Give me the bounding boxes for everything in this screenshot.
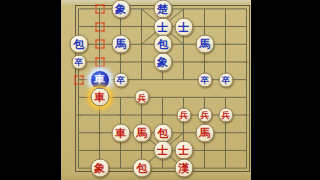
piece-blue-soldier-h5[interactable]: 卒	[218, 72, 233, 87]
piece-blue-cannon-a3[interactable]: 包	[69, 35, 88, 54]
letterbox-left	[0, 0, 61, 180]
piece-red-general-han-f10[interactable]: 漢	[174, 159, 193, 178]
piece-blue-advisor-e2[interactable]: 士	[153, 17, 172, 36]
move-hint-marker-b2[interactable]	[95, 22, 104, 31]
hint-corner	[95, 27, 99, 31]
piece-blue-chariot-b5[interactable]: 車	[90, 70, 110, 90]
piece-red-chariot-b6[interactable]: 車	[90, 88, 109, 107]
hint-corner	[95, 4, 99, 8]
piece-red-cannon-d10[interactable]: 包	[132, 159, 151, 178]
piece-blue-soldier-a4[interactable]: 卒	[71, 54, 86, 69]
hint-corner	[95, 40, 99, 44]
piece-red-advisor-e9[interactable]: 士	[153, 141, 172, 160]
piece-red-soldier-h7[interactable]: 兵	[218, 108, 233, 123]
piece-red-advisor-f9[interactable]: 士	[174, 141, 193, 160]
piece-red-elephant-b10[interactable]: 象	[90, 159, 109, 178]
piece-blue-horse-g3[interactable]: 馬	[195, 35, 214, 54]
piece-red-soldier-d6[interactable]: 兵	[134, 90, 149, 105]
hint-corner	[100, 27, 104, 31]
hint-corner	[100, 40, 104, 44]
piece-blue-advisor-f2[interactable]: 士	[174, 17, 193, 36]
xiangqi-board: 象楚士士包馬包馬卒象車卒卒卒車兵兵兵兵車馬包馬士士象包漢	[61, 0, 251, 180]
piece-red-soldier-g7[interactable]: 兵	[197, 108, 212, 123]
move-hint-marker-b4[interactable]	[95, 57, 104, 66]
hint-corner	[100, 45, 104, 49]
piece-red-horse-g8[interactable]: 馬	[195, 123, 214, 142]
piece-blue-elephant-c1[interactable]: 象	[111, 0, 130, 18]
hint-corner	[95, 45, 99, 49]
piece-red-cannon-e8[interactable]: 包	[153, 123, 172, 142]
hint-corner	[100, 9, 104, 13]
piece-red-chariot-c8[interactable]: 車	[111, 123, 130, 142]
hint-corner	[95, 62, 99, 66]
move-hint-marker-a5[interactable]	[74, 75, 83, 84]
hint-corner	[100, 57, 104, 61]
hint-corner	[100, 22, 104, 26]
piece-blue-soldier-g5[interactable]: 卒	[197, 72, 212, 87]
hint-corner	[100, 4, 104, 8]
piece-red-soldier-f7[interactable]: 兵	[176, 108, 191, 123]
move-hint-marker-b1[interactable]	[95, 4, 104, 13]
pieces-layer: 象楚士士包馬包馬卒象車卒卒卒車兵兵兵兵車馬包馬士士象包漢	[61, 0, 251, 180]
piece-red-horse-d8[interactable]: 馬	[132, 123, 151, 142]
piece-blue-elephant-e4[interactable]: 象	[153, 52, 172, 71]
move-hint-marker-b3[interactable]	[95, 40, 104, 49]
video-frame: 象楚士士包馬包馬卒象車卒卒卒車兵兵兵兵車馬包馬士士象包漢	[0, 0, 320, 180]
hint-corner	[95, 57, 99, 61]
hint-corner	[79, 80, 83, 84]
hint-corner	[74, 75, 78, 79]
piece-blue-cannon-e3[interactable]: 包	[153, 35, 172, 54]
hint-corner	[95, 22, 99, 26]
hint-corner	[74, 80, 78, 84]
piece-blue-horse-c3[interactable]: 馬	[111, 35, 130, 54]
hint-corner	[79, 75, 83, 79]
hint-corner	[95, 9, 99, 13]
piece-blue-soldier-c5[interactable]: 卒	[113, 72, 128, 87]
letterbox-right	[251, 0, 320, 180]
piece-blue-general-chu-e1[interactable]: 楚	[153, 0, 172, 18]
hint-corner	[100, 62, 104, 66]
